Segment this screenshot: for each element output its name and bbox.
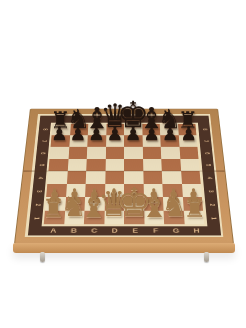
square-d8 [106, 124, 124, 135]
coordinate-label: 7 [33, 137, 52, 144]
square-g4 [162, 171, 182, 184]
coordinate-label: 1 [202, 214, 223, 223]
square-c2 [84, 197, 104, 210]
coordinate-label: 3 [200, 187, 220, 195]
square-f1 [144, 210, 164, 224]
coordinate-label: 5 [197, 161, 217, 169]
square-e6 [124, 147, 143, 159]
square-a4 [47, 171, 67, 184]
coordinate-label: 4 [29, 174, 49, 182]
board-frame: 87654321 87654321 ABCDEFGH ABCDEFGH [14, 109, 234, 244]
square-c3 [85, 184, 105, 197]
coordinate-label: B [71, 115, 89, 122]
square-f7 [142, 135, 161, 147]
square-d5 [105, 159, 124, 171]
square-b4 [66, 171, 86, 184]
square-a2 [45, 197, 66, 210]
coordinate-label: 3 [28, 187, 48, 195]
square-h4 [181, 171, 201, 184]
square-d6 [105, 147, 124, 159]
square-b3 [66, 184, 86, 197]
square-c1 [84, 210, 104, 224]
coordinate-border: 87654321 87654321 ABCDEFGH ABCDEFGH [27, 115, 220, 235]
square-c7 [87, 135, 106, 147]
coordinate-label: F [143, 115, 161, 122]
square-c8 [88, 124, 106, 135]
square-a8 [52, 124, 71, 135]
coordinate-label: 7 [195, 137, 214, 144]
left-foot-pin [40, 252, 45, 262]
square-g8 [160, 124, 179, 135]
square-c4 [86, 171, 105, 184]
chess-board: 87654321 87654321 ABCDEFGH ABCDEFGH [14, 109, 234, 244]
right-foot-pin [204, 252, 209, 262]
square-e1 [124, 210, 144, 224]
square-b8 [70, 124, 89, 135]
square-b1 [64, 210, 85, 224]
coordinate-label: 6 [196, 149, 215, 157]
square-c5 [86, 159, 105, 171]
coordinate-label: 5 [31, 161, 51, 169]
coordinate-label: B [63, 226, 84, 235]
square-h3 [182, 184, 202, 197]
square-f2 [143, 197, 163, 210]
coordinate-label: 2 [201, 200, 222, 209]
coordinate-label: 2 [26, 200, 47, 209]
square-a7 [51, 135, 70, 147]
coordinate-label: E [125, 226, 146, 235]
square-b7 [69, 135, 88, 147]
file-labels-top: ABCDEFGH [53, 115, 197, 122]
coordinate-label: G [161, 115, 179, 122]
square-g1 [164, 210, 185, 224]
square-e4 [124, 171, 143, 184]
coordinate-label: E [125, 115, 143, 122]
coordinate-label: D [104, 226, 125, 235]
square-a1 [44, 210, 65, 224]
square-d2 [104, 197, 124, 210]
squares-grid [44, 124, 205, 225]
square-e5 [124, 159, 143, 171]
square-e8 [124, 124, 142, 135]
file-labels-bottom: ABCDEFGH [43, 226, 207, 235]
coordinate-label: C [89, 115, 107, 122]
square-h5 [180, 159, 200, 171]
inner-inlay-line [41, 122, 207, 226]
square-d1 [104, 210, 124, 224]
square-h1 [183, 210, 204, 224]
coordinate-label: F [145, 226, 166, 235]
coordinate-label: H [186, 226, 207, 235]
square-e7 [124, 135, 142, 147]
square-d7 [106, 135, 124, 147]
square-d3 [105, 184, 124, 197]
square-a5 [48, 159, 68, 171]
coordinate-label: 4 [199, 174, 219, 182]
square-h6 [179, 147, 198, 159]
square-b2 [65, 197, 85, 210]
coordinate-label: G [166, 226, 187, 235]
square-g2 [163, 197, 183, 210]
frame-inlay-line: 87654321 87654321 ABCDEFGH ABCDEFGH [25, 114, 223, 237]
coordinate-label: 8 [194, 126, 213, 133]
square-e3 [124, 184, 143, 197]
coordinate-label: 1 [25, 214, 46, 223]
square-f6 [142, 147, 161, 159]
square-f3 [143, 184, 163, 197]
square-e2 [124, 197, 144, 210]
square-g7 [160, 135, 179, 147]
square-g3 [162, 184, 182, 197]
fold-seam [23, 170, 224, 171]
square-a6 [50, 147, 69, 159]
square-b5 [67, 159, 86, 171]
coordinate-label: D [107, 115, 125, 122]
coordinate-label: C [84, 226, 105, 235]
square-d4 [105, 171, 124, 184]
square-f8 [142, 124, 160, 135]
coordinate-label: 6 [32, 149, 51, 157]
coordinate-label: A [53, 115, 72, 122]
square-g5 [161, 159, 180, 171]
square-f5 [143, 159, 162, 171]
square-f4 [143, 171, 162, 184]
square-h8 [178, 124, 197, 135]
chess-set-photo: 87654321 87654321 ABCDEFGH ABCDEFGH ♜♞♝♛… [0, 0, 246, 328]
square-c6 [87, 147, 106, 159]
square-a3 [46, 184, 66, 197]
coordinate-label: H [179, 115, 198, 122]
square-h2 [182, 197, 203, 210]
square-h7 [178, 135, 197, 147]
square-b6 [68, 147, 87, 159]
square-g6 [161, 147, 180, 159]
coordinate-label: A [43, 226, 64, 235]
board-front-edge [13, 243, 235, 253]
coordinate-label: 8 [35, 126, 54, 133]
